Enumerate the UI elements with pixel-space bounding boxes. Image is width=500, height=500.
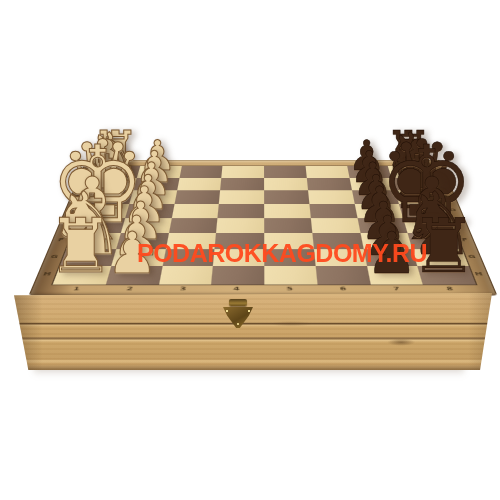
square-h5 bbox=[264, 266, 317, 284]
square-b2 bbox=[133, 178, 179, 191]
board-lid: ABCDEFGH ABCDEFGH 12345678 bbox=[29, 160, 498, 295]
square-e2 bbox=[121, 218, 172, 233]
square-b6 bbox=[307, 178, 352, 191]
square-e7 bbox=[357, 218, 408, 233]
square-a6 bbox=[305, 166, 349, 178]
square-h1 bbox=[53, 266, 111, 284]
square-h6 bbox=[315, 266, 370, 284]
square-d1 bbox=[78, 204, 129, 218]
square-a8 bbox=[388, 166, 434, 178]
coord-label: 5 bbox=[263, 285, 317, 294]
square-e3 bbox=[168, 218, 217, 233]
brass-latch bbox=[222, 299, 254, 333]
square-a3 bbox=[179, 166, 223, 178]
coord-label: 6 bbox=[316, 285, 371, 294]
square-h3 bbox=[158, 266, 213, 284]
square-c3 bbox=[174, 190, 220, 203]
square-b1 bbox=[89, 178, 136, 191]
square-b7 bbox=[349, 178, 395, 191]
square-b3 bbox=[177, 178, 222, 191]
square-c6 bbox=[308, 190, 354, 203]
rank-labels-front: 12345678 bbox=[48, 285, 479, 294]
square-d5 bbox=[264, 204, 310, 218]
latch-plate bbox=[223, 307, 253, 328]
coord-label: 8 bbox=[422, 285, 479, 294]
coord-label: 7 bbox=[369, 285, 425, 294]
square-e6 bbox=[311, 218, 360, 233]
square-a1 bbox=[94, 166, 140, 178]
square-h2 bbox=[106, 266, 162, 284]
latch-catch-plate bbox=[229, 299, 247, 306]
chess-set-photo: ABCDEFGH ABCDEFGH 12345678 ♜♞♝♛♚♝♞♜♟♟♟♟♟… bbox=[0, 0, 500, 500]
square-d8 bbox=[399, 204, 450, 218]
square-b4 bbox=[220, 178, 264, 191]
square-h8 bbox=[418, 266, 476, 284]
square-c5 bbox=[264, 190, 309, 203]
coord-label: 3 bbox=[155, 285, 210, 294]
square-b5 bbox=[264, 178, 308, 191]
square-h7 bbox=[367, 266, 424, 284]
watermark: PODAROKKAGDOMY.RU bbox=[137, 239, 427, 268]
square-c7 bbox=[352, 190, 400, 203]
square-e5 bbox=[264, 218, 312, 233]
square-c4 bbox=[219, 190, 264, 203]
square-a4 bbox=[222, 166, 264, 178]
square-c2 bbox=[129, 190, 177, 203]
square-a2 bbox=[137, 166, 182, 178]
square-e1 bbox=[73, 218, 125, 233]
square-d3 bbox=[171, 204, 219, 218]
square-c8 bbox=[395, 190, 444, 203]
square-c1 bbox=[84, 190, 133, 203]
coord-label: 1 bbox=[48, 285, 105, 294]
case-front bbox=[14, 293, 492, 370]
square-d7 bbox=[354, 204, 403, 218]
coord-label: 4 bbox=[209, 285, 263, 294]
square-e8 bbox=[403, 218, 455, 233]
square-g1 bbox=[60, 249, 116, 266]
square-a5 bbox=[264, 166, 307, 178]
coord-label: 2 bbox=[102, 285, 158, 294]
square-e4 bbox=[216, 218, 264, 233]
square-d4 bbox=[218, 204, 264, 218]
square-d2 bbox=[125, 204, 174, 218]
square-a7 bbox=[347, 166, 392, 178]
square-h4 bbox=[211, 266, 264, 284]
square-d6 bbox=[309, 204, 357, 218]
square-f1 bbox=[66, 233, 120, 249]
square-b8 bbox=[392, 178, 439, 191]
